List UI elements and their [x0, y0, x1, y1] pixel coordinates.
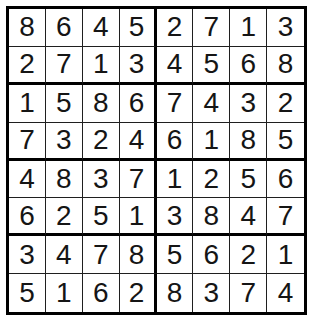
cell-r3c5[interactable]: 7 [157, 85, 194, 123]
cell-r4c7[interactable]: 8 [230, 123, 267, 161]
cell-r6c4[interactable]: 1 [120, 198, 157, 236]
cell-r7c7[interactable]: 2 [230, 236, 267, 274]
cell-r1c6[interactable]: 7 [193, 9, 230, 47]
cell-r7c8[interactable]: 1 [267, 236, 304, 274]
cell-r2c7[interactable]: 6 [230, 47, 267, 85]
cell-r5c8[interactable]: 6 [267, 161, 304, 199]
cell-r2c2[interactable]: 7 [46, 47, 83, 85]
cell-r4c2[interactable]: 3 [46, 123, 83, 161]
cell-r1c8[interactable]: 3 [267, 9, 304, 47]
cell-r3c4[interactable]: 6 [120, 85, 157, 123]
cell-r2c6[interactable]: 5 [193, 47, 230, 85]
cell-r7c4[interactable]: 8 [120, 236, 157, 274]
cell-r1c2[interactable]: 6 [46, 9, 83, 47]
cell-r8c2[interactable]: 1 [46, 274, 83, 312]
cell-r5c4[interactable]: 7 [120, 161, 157, 199]
cell-r4c5[interactable]: 6 [157, 123, 194, 161]
cell-r7c1[interactable]: 3 [9, 236, 46, 274]
cell-r8c3[interactable]: 6 [83, 274, 120, 312]
cell-r6c8[interactable]: 7 [267, 198, 304, 236]
cell-r1c4[interactable]: 5 [120, 9, 157, 47]
sudoku-board: 8645271327134568158674327324618548371256… [6, 6, 307, 315]
cell-r1c1[interactable]: 8 [9, 9, 46, 47]
cell-r2c4[interactable]: 3 [120, 47, 157, 85]
cell-r8c4[interactable]: 2 [120, 274, 157, 312]
cell-r1c7[interactable]: 1 [230, 9, 267, 47]
cell-r8c6[interactable]: 3 [193, 274, 230, 312]
cell-r2c8[interactable]: 8 [267, 47, 304, 85]
cell-r4c3[interactable]: 2 [83, 123, 120, 161]
cell-r8c8[interactable]: 4 [267, 274, 304, 312]
cell-r3c3[interactable]: 8 [83, 85, 120, 123]
cell-r6c5[interactable]: 3 [157, 198, 194, 236]
cell-r3c2[interactable]: 5 [46, 85, 83, 123]
cell-r5c1[interactable]: 4 [9, 161, 46, 199]
cell-r3c6[interactable]: 4 [193, 85, 230, 123]
cell-r3c7[interactable]: 3 [230, 85, 267, 123]
cell-r8c7[interactable]: 7 [230, 274, 267, 312]
cell-r2c5[interactable]: 4 [157, 47, 194, 85]
cell-r5c5[interactable]: 1 [157, 161, 194, 199]
cell-r5c7[interactable]: 5 [230, 161, 267, 199]
cell-r2c1[interactable]: 2 [9, 47, 46, 85]
cell-r4c1[interactable]: 7 [9, 123, 46, 161]
cell-r7c5[interactable]: 5 [157, 236, 194, 274]
page: 8645271327134568158674327324618548371256… [0, 0, 312, 320]
cell-r1c3[interactable]: 4 [83, 9, 120, 47]
cell-r8c1[interactable]: 5 [9, 274, 46, 312]
cell-r3c1[interactable]: 1 [9, 85, 46, 123]
cell-r8c5[interactable]: 8 [157, 274, 194, 312]
cell-r5c3[interactable]: 3 [83, 161, 120, 199]
cell-r4c4[interactable]: 4 [120, 123, 157, 161]
cell-r4c8[interactable]: 5 [267, 123, 304, 161]
cell-r7c6[interactable]: 6 [193, 236, 230, 274]
cell-r1c5[interactable]: 2 [157, 9, 194, 47]
cell-r2c3[interactable]: 1 [83, 47, 120, 85]
cell-r3c8[interactable]: 2 [267, 85, 304, 123]
cell-r6c2[interactable]: 2 [46, 198, 83, 236]
cell-r7c3[interactable]: 7 [83, 236, 120, 274]
cell-r6c7[interactable]: 4 [230, 198, 267, 236]
cell-r6c1[interactable]: 6 [9, 198, 46, 236]
cell-r5c2[interactable]: 8 [46, 161, 83, 199]
cell-r5c6[interactable]: 2 [193, 161, 230, 199]
cell-r6c3[interactable]: 5 [83, 198, 120, 236]
cell-r6c6[interactable]: 8 [193, 198, 230, 236]
cell-r4c6[interactable]: 1 [193, 123, 230, 161]
cell-r7c2[interactable]: 4 [46, 236, 83, 274]
